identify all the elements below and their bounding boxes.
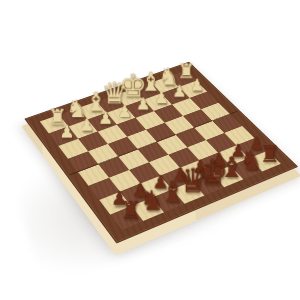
white-pawn-piece: ♟ (52, 124, 82, 141)
chess-set-photo: ♜♞♝♛♚♝♞♜♟♟♟♟♟♟♟♟♟♟♟♟♟♟♟♟♜♞♝♛♚♝♞♜ (0, 0, 300, 300)
black-rook-piece: ♜ (114, 199, 147, 223)
board-square: ♜ (110, 206, 143, 230)
